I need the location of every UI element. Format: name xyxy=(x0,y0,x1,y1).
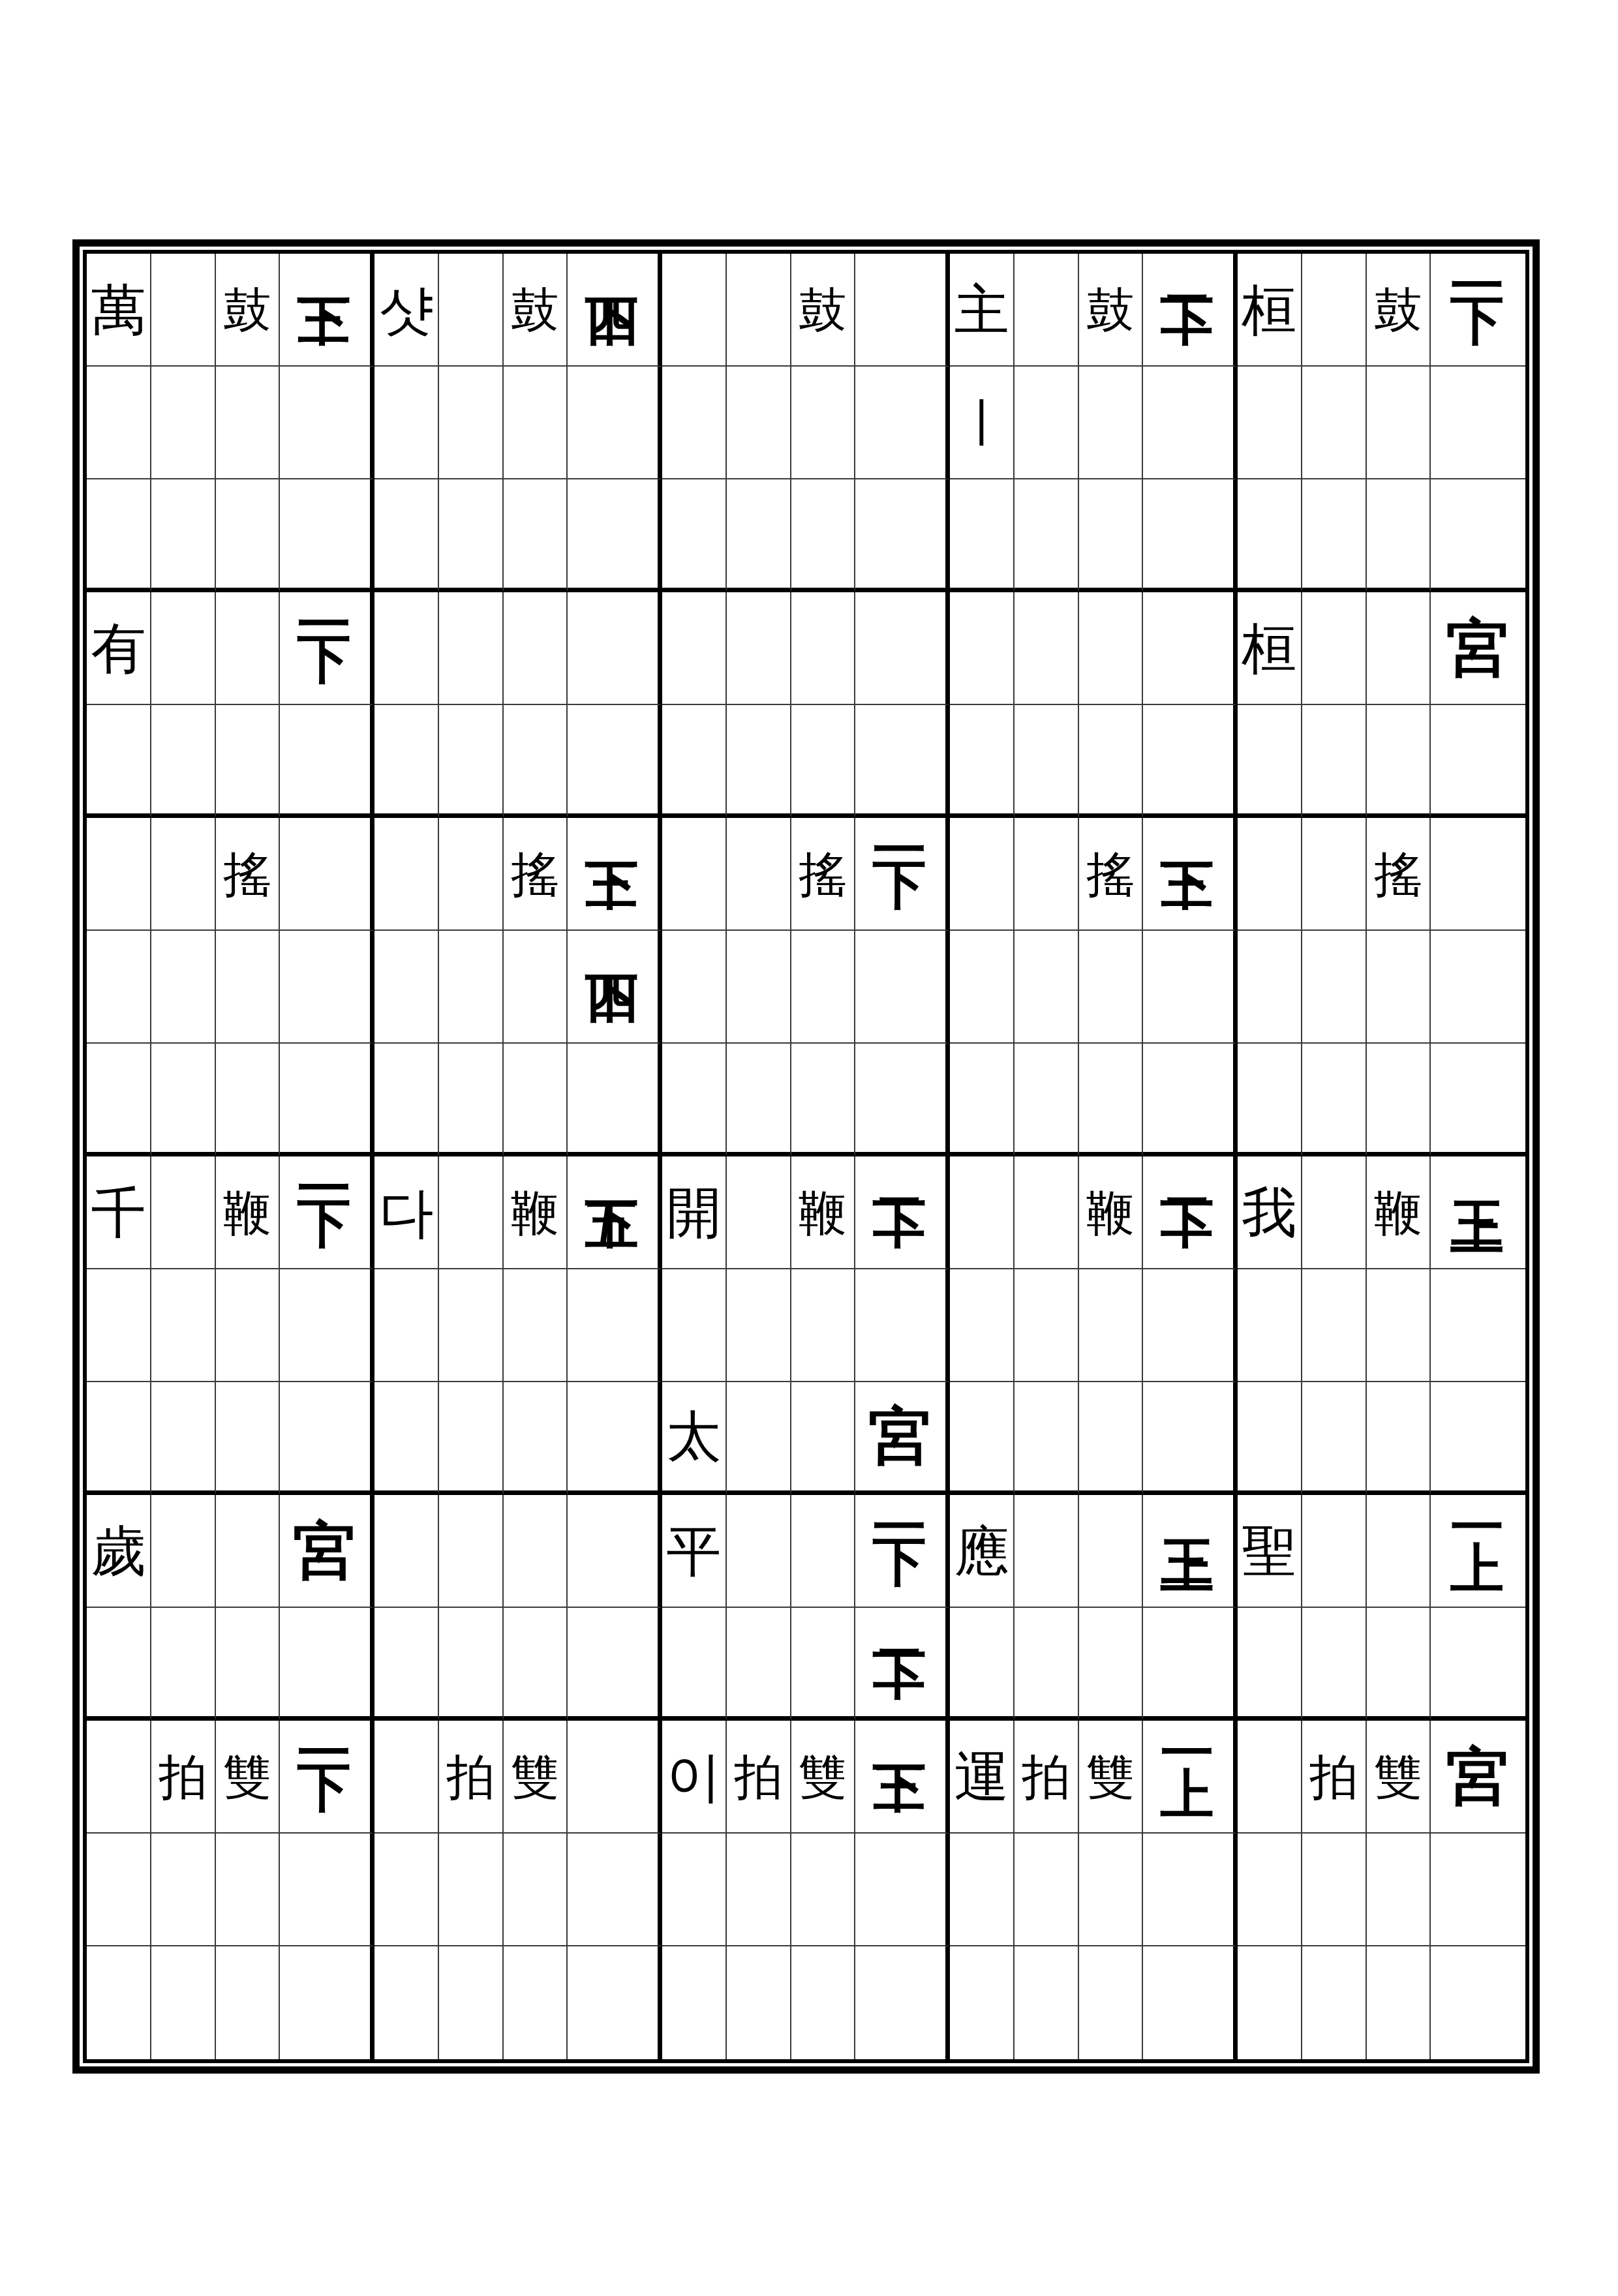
cell-r16-c3-janggu xyxy=(791,1946,855,2059)
cell-r11-c3-pitch: 宮 xyxy=(855,1382,950,1495)
cell-r11-c2-bak xyxy=(439,1382,504,1495)
cell-r10-c4-bak xyxy=(1015,1269,1079,1382)
cell-r16-c5-janggu xyxy=(1367,1946,1431,2059)
cell-r9-c3-pitch: 下二 xyxy=(855,1156,950,1269)
cell-r7-c2-janggu xyxy=(504,931,568,1044)
cell-r14-c2-janggu: 雙 xyxy=(504,1721,568,1834)
cell-r6-c3-lyric xyxy=(662,818,727,931)
cell-r3-c5-janggu xyxy=(1367,479,1431,592)
cell-r5-c5-bak xyxy=(1302,705,1367,818)
cell-r12-c5-bak xyxy=(1302,1495,1367,1608)
cell-r7-c4-bak xyxy=(1015,931,1079,1044)
cell-r6-c2-janggu: 搖 xyxy=(504,818,568,931)
cell-r8-c2-bak xyxy=(439,1044,504,1156)
cell-r1-c5-pitch: 下一 xyxy=(1431,254,1525,367)
pitch-glyph: 上三 xyxy=(1161,1495,1215,1500)
cell-r1-c5-bak xyxy=(1302,254,1367,367)
cell-r2-c3-pitch xyxy=(855,367,950,479)
cell-r15-c1-bak xyxy=(151,1834,216,1946)
cell-r11-c4-janggu xyxy=(1079,1382,1143,1495)
bak-glyph: 拍 xyxy=(159,1753,207,1801)
cell-r11-c1-lyric xyxy=(87,1382,151,1495)
cell-r15-c2-lyric xyxy=(374,1834,439,1946)
cell-r9-c2-pitch: 下五 xyxy=(568,1156,662,1269)
pitch-glyph: 下二 xyxy=(874,1608,927,1613)
cell-r13-c2-lyric xyxy=(374,1608,439,1721)
cell-r6-c5-lyric xyxy=(1238,818,1302,931)
cell-r3-c2-janggu xyxy=(504,479,568,592)
cell-r5-c4-pitch xyxy=(1143,705,1238,818)
bak-glyph: 拍 xyxy=(447,1753,495,1801)
cell-r12-c5-lyric: 聖 xyxy=(1238,1495,1302,1608)
cell-r2-c2-janggu xyxy=(504,367,568,479)
cell-r4-c2-pitch xyxy=(568,592,662,705)
cell-r2-c5-bak xyxy=(1302,367,1367,479)
cell-r15-c5-janggu xyxy=(1367,1834,1431,1946)
cell-r13-c2-janggu xyxy=(504,1608,568,1721)
cell-r5-c2-pitch xyxy=(568,705,662,818)
pitch-glyph: 下一 xyxy=(298,1156,352,1162)
cell-r7-c4-pitch xyxy=(1143,931,1238,1044)
janggu-glyph: 鞭 xyxy=(511,1188,559,1237)
lyric-glyph: 桓 xyxy=(1242,282,1297,337)
cell-r10-c4-janggu xyxy=(1079,1269,1143,1382)
cell-r3-c4-bak xyxy=(1015,479,1079,592)
cell-r1-c4-janggu: 鼓 xyxy=(1079,254,1143,367)
cell-r7-c5-pitch xyxy=(1431,931,1525,1044)
cell-r12-c4-lyric: 應 xyxy=(950,1495,1015,1608)
cell-r11-c4-lyric xyxy=(950,1382,1015,1495)
lyric-glyph: 歲 xyxy=(91,1524,146,1578)
cell-r16-c4-pitch xyxy=(1143,1946,1238,2059)
cell-r11-c3-janggu xyxy=(791,1382,855,1495)
cell-r15-c3-bak xyxy=(727,1834,791,1946)
cell-r15-c3-janggu xyxy=(791,1834,855,1946)
cell-r5-c5-janggu xyxy=(1367,705,1431,818)
cell-r12-c1-pitch: 宮 xyxy=(280,1495,374,1608)
cell-r16-c1-bak xyxy=(151,1946,216,2059)
cell-r16-c5-pitch xyxy=(1431,1946,1525,2059)
cell-r3-c5-bak xyxy=(1302,479,1367,592)
cell-r10-c2-pitch xyxy=(568,1269,662,1382)
cell-r1-c1-lyric: 萬 xyxy=(87,254,151,367)
cell-r14-c1-bak: 拍 xyxy=(151,1721,216,1834)
lyric-glyph: 應 xyxy=(954,1524,1009,1578)
cell-r8-c2-pitch xyxy=(568,1044,662,1156)
cell-r15-c3-pitch xyxy=(855,1834,950,1946)
pitch-glyph: 下五 xyxy=(586,1156,639,1162)
pitch-glyph: 下四 xyxy=(586,931,639,936)
cell-r10-c5-lyric xyxy=(1238,1269,1302,1382)
cell-r5-c4-lyric xyxy=(950,705,1015,818)
cell-r5-c3-pitch xyxy=(855,705,950,818)
cell-r9-c5-lyric: 我 xyxy=(1238,1156,1302,1269)
cell-r1-c1-janggu: 鼓 xyxy=(216,254,280,367)
cell-r1-c4-pitch: 下二 xyxy=(1143,254,1238,367)
cell-r4-c1-lyric: 有 xyxy=(87,592,151,705)
cell-r7-c1-lyric xyxy=(87,931,151,1044)
cell-r4-c1-janggu xyxy=(216,592,280,705)
cell-r4-c5-pitch: 宮 xyxy=(1431,592,1525,705)
cell-r5-c3-bak xyxy=(727,705,791,818)
janggu-glyph: 搖 xyxy=(511,850,559,898)
cell-r10-c2-bak xyxy=(439,1269,504,1382)
cell-r15-c5-pitch xyxy=(1431,1834,1525,1946)
cell-r6-c2-lyric xyxy=(374,818,439,931)
cell-r13-c3-lyric xyxy=(662,1608,727,1721)
lyric-glyph: ㅣ xyxy=(954,395,1009,450)
cell-r2-c2-bak xyxy=(439,367,504,479)
cell-r6-c5-janggu: 搖 xyxy=(1367,818,1431,931)
cell-r3-c1-janggu xyxy=(216,479,280,592)
cell-r12-c2-pitch xyxy=(568,1495,662,1608)
cell-r9-c3-janggu: 鞭 xyxy=(791,1156,855,1269)
cell-r5-c2-lyric xyxy=(374,705,439,818)
cell-r8-c5-lyric xyxy=(1238,1044,1302,1156)
cell-r9-c4-lyric xyxy=(950,1156,1015,1269)
cell-r4-c2-lyric xyxy=(374,592,439,705)
cell-r8-c4-bak xyxy=(1015,1044,1079,1156)
pitch-glyph: 下三 xyxy=(298,254,352,259)
cell-r1-c2-bak xyxy=(439,254,504,367)
cell-r8-c3-bak xyxy=(727,1044,791,1156)
cell-r15-c4-bak xyxy=(1015,1834,1079,1946)
cell-r6-c1-bak xyxy=(151,818,216,931)
pitch-glyph: 宮 xyxy=(293,1520,357,1582)
jeongganbo-grid: 萬鼓下三샷鼓下四鼓主鼓下二桓鼓下一ㅣ有下一桓宮搖搖下三搖下一搖下三搖下四千鞭下一… xyxy=(83,250,1529,2063)
lyric-glyph: 萬 xyxy=(91,282,146,337)
pitch-glyph: 宮 xyxy=(1446,1745,1510,1808)
cell-r10-c1-lyric xyxy=(87,1269,151,1382)
lyric-glyph: 샷 xyxy=(379,282,434,337)
cell-r1-c3-lyric xyxy=(662,254,727,367)
cell-r7-c3-bak xyxy=(727,931,791,1044)
cell-r13-c1-lyric xyxy=(87,1608,151,1721)
cell-r4-c5-bak xyxy=(1302,592,1367,705)
cell-r10-c3-pitch xyxy=(855,1269,950,1382)
cell-r3-c5-lyric xyxy=(1238,479,1302,592)
cell-r1-c5-janggu: 鼓 xyxy=(1367,254,1431,367)
cell-r9-c2-bak xyxy=(439,1156,504,1269)
cell-r4-c4-lyric xyxy=(950,592,1015,705)
cell-r16-c1-janggu xyxy=(216,1946,280,2059)
cell-r5-c5-lyric xyxy=(1238,705,1302,818)
cell-r9-c2-janggu: 鞭 xyxy=(504,1156,568,1269)
cell-r15-c2-pitch xyxy=(568,1834,662,1946)
cell-r4-c3-janggu xyxy=(791,592,855,705)
cell-r10-c3-bak xyxy=(727,1269,791,1382)
cell-r11-c1-bak xyxy=(151,1382,216,1495)
cell-r14-c1-pitch: 下一 xyxy=(280,1721,374,1834)
cell-r13-c4-janggu xyxy=(1079,1608,1143,1721)
cell-r2-c1-lyric xyxy=(87,367,151,479)
janggu-glyph: 搖 xyxy=(1374,850,1422,898)
pitch-glyph: 下三 xyxy=(874,1721,927,1726)
cell-r13-c2-bak xyxy=(439,1608,504,1721)
pitch-glyph: 下一 xyxy=(298,1721,352,1726)
cell-r12-c1-janggu xyxy=(216,1495,280,1608)
cell-r12-c4-bak xyxy=(1015,1495,1079,1608)
cell-r10-c4-lyric xyxy=(950,1269,1015,1382)
cell-r4-c4-pitch xyxy=(1143,592,1238,705)
cell-r2-c4-lyric: ㅣ xyxy=(950,367,1015,479)
cell-r16-c3-pitch xyxy=(855,1946,950,2059)
cell-r1-c1-bak xyxy=(151,254,216,367)
janggu-glyph: 鼓 xyxy=(511,286,559,334)
cell-r13-c3-pitch: 下二 xyxy=(855,1608,950,1721)
pitch-glyph: 上三 xyxy=(1452,1156,1505,1162)
cell-r3-c3-janggu xyxy=(791,479,855,592)
janggu-glyph: 雙 xyxy=(1086,1753,1135,1801)
cell-r5-c1-pitch xyxy=(280,705,374,818)
lyric-glyph: 平 xyxy=(667,1524,722,1578)
cell-r8-c3-janggu xyxy=(791,1044,855,1156)
cell-r5-c3-janggu xyxy=(791,705,855,818)
pitch-glyph: 下二 xyxy=(874,1156,927,1162)
cell-r7-c5-bak xyxy=(1302,931,1367,1044)
janggu-glyph: 鞭 xyxy=(1086,1188,1135,1237)
janggu-glyph: 雙 xyxy=(1374,1753,1422,1801)
cell-r4-c1-pitch: 下一 xyxy=(280,592,374,705)
cell-r9-c4-bak xyxy=(1015,1156,1079,1269)
janggu-glyph: 鼓 xyxy=(799,286,847,334)
pitch-glyph: 下三 xyxy=(586,818,639,823)
cell-r14-c5-lyric xyxy=(1238,1721,1302,1834)
cell-r9-c3-lyric: 開 xyxy=(662,1156,727,1269)
janggu-glyph: 雙 xyxy=(223,1753,271,1801)
cell-r10-c2-janggu xyxy=(504,1269,568,1382)
cell-r15-c5-bak xyxy=(1302,1834,1367,1946)
cell-r15-c1-lyric xyxy=(87,1834,151,1946)
cell-r1-c3-bak xyxy=(727,254,791,367)
cell-r3-c4-pitch xyxy=(1143,479,1238,592)
pitch-glyph: 下四 xyxy=(586,254,639,259)
cell-r4-c3-bak xyxy=(727,592,791,705)
cell-r6-c5-pitch xyxy=(1431,818,1525,931)
cell-r14-c1-lyric xyxy=(87,1721,151,1834)
cell-r12-c3-janggu xyxy=(791,1495,855,1608)
cell-r11-c3-lyric: 太 xyxy=(662,1382,727,1495)
cell-r7-c5-lyric xyxy=(1238,931,1302,1044)
cell-r11-c1-janggu xyxy=(216,1382,280,1495)
cell-r8-c3-lyric xyxy=(662,1044,727,1156)
cell-r1-c1-pitch: 下三 xyxy=(280,254,374,367)
cell-r8-c1-lyric xyxy=(87,1044,151,1156)
janggu-glyph: 搖 xyxy=(799,850,847,898)
cell-r3-c2-bak xyxy=(439,479,504,592)
cell-r10-c1-bak xyxy=(151,1269,216,1382)
cell-r5-c5-pitch xyxy=(1431,705,1525,818)
cell-r14-c2-pitch xyxy=(568,1721,662,1834)
cell-r13-c4-lyric xyxy=(950,1608,1015,1721)
cell-r9-c5-bak xyxy=(1302,1156,1367,1269)
cell-r1-c2-lyric: 샷 xyxy=(374,254,439,367)
cell-r16-c3-bak xyxy=(727,1946,791,2059)
cell-r7-c5-janggu xyxy=(1367,931,1431,1044)
cell-r4-c2-janggu xyxy=(504,592,568,705)
cell-r1-c2-pitch: 下四 xyxy=(568,254,662,367)
cell-r8-c1-janggu xyxy=(216,1044,280,1156)
cell-r2-c2-pitch xyxy=(568,367,662,479)
cell-r15-c2-bak xyxy=(439,1834,504,1946)
cell-r5-c4-bak xyxy=(1015,705,1079,818)
janggu-glyph: 鞭 xyxy=(1374,1188,1422,1237)
janggu-glyph: 搖 xyxy=(1086,850,1135,898)
cell-r2-c4-pitch xyxy=(1143,367,1238,479)
cell-r7-c1-bak xyxy=(151,931,216,1044)
cell-r16-c4-bak xyxy=(1015,1946,1079,2059)
cell-r7-c1-pitch xyxy=(280,931,374,1044)
cell-r5-c1-bak xyxy=(151,705,216,818)
cell-r16-c2-pitch xyxy=(568,1946,662,2059)
cell-r15-c1-pitch xyxy=(280,1834,374,1946)
pitch-glyph: 下一 xyxy=(874,1495,927,1500)
cell-r13-c1-bak xyxy=(151,1608,216,1721)
cell-r14-c3-bak: 拍 xyxy=(727,1721,791,1834)
cell-r14-c3-lyric: 이 xyxy=(662,1721,727,1834)
cell-r3-c3-bak xyxy=(727,479,791,592)
cell-r7-c2-lyric xyxy=(374,931,439,1044)
cell-r4-c3-pitch xyxy=(855,592,950,705)
cell-r10-c4-pitch xyxy=(1143,1269,1238,1382)
cell-r16-c2-bak xyxy=(439,1946,504,2059)
cell-r11-c4-bak xyxy=(1015,1382,1079,1495)
cell-r13-c4-pitch xyxy=(1143,1608,1238,1721)
cell-r6-c5-bak xyxy=(1302,818,1367,931)
cell-r11-c2-janggu xyxy=(504,1382,568,1495)
cell-r12-c3-lyric: 平 xyxy=(662,1495,727,1608)
cell-r2-c4-bak xyxy=(1015,367,1079,479)
cell-r10-c2-lyric xyxy=(374,1269,439,1382)
lyric-glyph: 運 xyxy=(954,1749,1009,1804)
lyric-glyph: 主 xyxy=(954,282,1009,337)
cell-r6-c1-lyric xyxy=(87,818,151,931)
cell-r7-c4-janggu xyxy=(1079,931,1143,1044)
pitch-glyph: 下二 xyxy=(1161,1156,1215,1162)
cell-r3-c1-pitch xyxy=(280,479,374,592)
cell-r11-c5-pitch xyxy=(1431,1382,1525,1495)
pitch-glyph: 宮 xyxy=(868,1405,932,1468)
janggu-glyph: 搖 xyxy=(223,850,271,898)
cell-r2-c1-pitch xyxy=(280,367,374,479)
janggu-glyph: 鞭 xyxy=(223,1188,271,1237)
cell-r13-c5-pitch xyxy=(1431,1608,1525,1721)
cell-r11-c5-lyric xyxy=(1238,1382,1302,1495)
cell-r3-c3-lyric xyxy=(662,479,727,592)
cell-r6-c4-lyric xyxy=(950,818,1015,931)
cell-r3-c4-lyric xyxy=(950,479,1015,592)
cell-r7-c2-pitch: 下四 xyxy=(568,931,662,1044)
cell-r12-c5-pitch: 上一 xyxy=(1431,1495,1525,1608)
cell-r8-c4-lyric xyxy=(950,1044,1015,1156)
cell-r11-c1-pitch xyxy=(280,1382,374,1495)
cell-r13-c1-pitch xyxy=(280,1608,374,1721)
cell-r11-c4-pitch xyxy=(1143,1382,1238,1495)
cell-r14-c5-pitch: 宮 xyxy=(1431,1721,1525,1834)
cell-r2-c5-janggu xyxy=(1367,367,1431,479)
cell-r5-c2-janggu xyxy=(504,705,568,818)
janggu-glyph: 雙 xyxy=(511,1753,559,1801)
cell-r2-c5-pitch xyxy=(1431,367,1525,479)
cell-r13-c3-bak xyxy=(727,1608,791,1721)
cell-r6-c2-bak xyxy=(439,818,504,931)
cell-r4-c4-janggu xyxy=(1079,592,1143,705)
cell-r1-c5-lyric: 桓 xyxy=(1238,254,1302,367)
janggu-glyph: 鼓 xyxy=(1374,286,1422,334)
cell-r10-c3-lyric xyxy=(662,1269,727,1382)
cell-r9-c5-janggu: 鞭 xyxy=(1367,1156,1431,1269)
cell-r3-c5-pitch xyxy=(1431,479,1525,592)
cell-r9-c1-bak xyxy=(151,1156,216,1269)
cell-r10-c5-pitch xyxy=(1431,1269,1525,1382)
cell-r13-c5-bak xyxy=(1302,1608,1367,1721)
cell-r12-c3-bak xyxy=(727,1495,791,1608)
lyric-glyph: 千 xyxy=(91,1185,146,1240)
bak-glyph: 拍 xyxy=(1310,1753,1358,1801)
cell-r13-c1-janggu xyxy=(216,1608,280,1721)
cell-r5-c1-janggu xyxy=(216,705,280,818)
cell-r2-c1-bak xyxy=(151,367,216,479)
cell-r8-c3-pitch xyxy=(855,1044,950,1156)
cell-r5-c2-bak xyxy=(439,705,504,818)
cell-r9-c1-lyric: 千 xyxy=(87,1156,151,1269)
cell-r8-c5-janggu xyxy=(1367,1044,1431,1156)
cell-r2-c5-lyric xyxy=(1238,367,1302,479)
cell-r12-c5-janggu xyxy=(1367,1495,1431,1608)
cell-r15-c1-janggu xyxy=(216,1834,280,1946)
cell-r15-c4-pitch xyxy=(1143,1834,1238,1946)
pitch-glyph: 宮 xyxy=(1446,617,1510,680)
pitch-glyph: 下一 xyxy=(1452,254,1505,259)
cell-r6-c4-janggu: 搖 xyxy=(1079,818,1143,931)
cell-r14-c1-janggu: 雙 xyxy=(216,1721,280,1834)
cell-r7-c3-pitch xyxy=(855,931,950,1044)
cell-r2-c4-janggu xyxy=(1079,367,1143,479)
cell-r8-c5-bak xyxy=(1302,1044,1367,1156)
cell-r15-c4-janggu xyxy=(1079,1834,1143,1946)
cell-r2-c2-lyric xyxy=(374,367,439,479)
cell-r1-c2-janggu: 鼓 xyxy=(504,254,568,367)
cell-r3-c1-lyric xyxy=(87,479,151,592)
cell-r6-c2-pitch: 下三 xyxy=(568,818,662,931)
janggu-glyph: 鼓 xyxy=(223,286,271,334)
cell-r9-c1-janggu: 鞭 xyxy=(216,1156,280,1269)
cell-r3-c2-pitch xyxy=(568,479,662,592)
cell-r4-c2-bak xyxy=(439,592,504,705)
cell-r7-c1-janggu xyxy=(216,931,280,1044)
bak-glyph: 拍 xyxy=(735,1753,783,1801)
lyric-glyph: 이 xyxy=(667,1749,722,1804)
cell-r8-c2-lyric xyxy=(374,1044,439,1156)
pitch-glyph: 下一 xyxy=(874,818,927,823)
cell-r12-c1-bak xyxy=(151,1495,216,1608)
cell-r11-c2-lyric xyxy=(374,1382,439,1495)
cell-r6-c4-pitch: 下三 xyxy=(1143,818,1238,931)
cell-r14-c3-pitch: 下三 xyxy=(855,1721,950,1834)
cell-r14-c4-bak: 拍 xyxy=(1015,1721,1079,1834)
cell-r2-c1-janggu xyxy=(216,367,280,479)
cell-r12-c2-lyric xyxy=(374,1495,439,1608)
cell-r10-c1-pitch xyxy=(280,1269,374,1382)
cell-r12-c2-bak xyxy=(439,1495,504,1608)
cell-r16-c5-lyric xyxy=(1238,1946,1302,2059)
cell-r11-c5-janggu xyxy=(1367,1382,1431,1495)
lyric-glyph: 다 xyxy=(379,1185,434,1240)
cell-r16-c4-lyric xyxy=(950,1946,1015,2059)
cell-r11-c5-bak xyxy=(1302,1382,1367,1495)
cell-r13-c4-bak xyxy=(1015,1608,1079,1721)
cell-r4-c1-bak xyxy=(151,592,216,705)
